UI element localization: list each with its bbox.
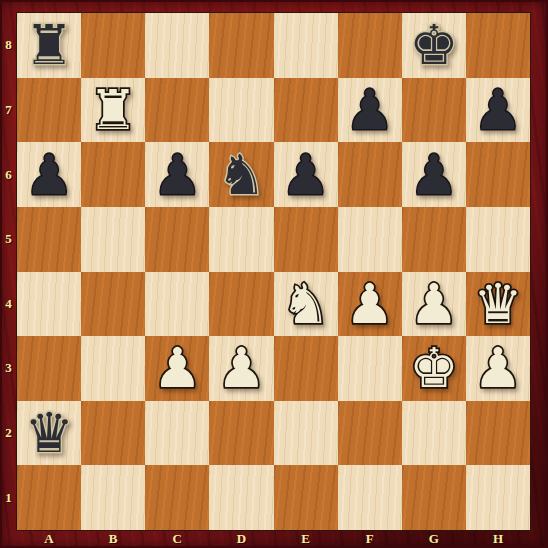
square-c2[interactable]	[145, 401, 209, 466]
square-d2[interactable]	[209, 401, 273, 466]
square-e2[interactable]	[274, 401, 338, 466]
file-label-f: F	[338, 530, 402, 548]
square-b2[interactable]	[81, 401, 145, 466]
square-a8[interactable]	[17, 13, 81, 78]
square-h5[interactable]	[466, 207, 530, 272]
square-f3[interactable]	[338, 336, 402, 401]
piece-white-pawn-d3[interactable]	[209, 336, 273, 401]
rank-label-5: 5	[0, 207, 17, 272]
square-c1[interactable]	[145, 465, 209, 530]
piece-white-rook-b7[interactable]	[81, 78, 145, 143]
piece-black-pawn-g6[interactable]	[402, 142, 466, 207]
square-c7[interactable]	[145, 78, 209, 143]
square-g3[interactable]	[402, 336, 466, 401]
piece-white-pawn-c3[interactable]	[145, 336, 209, 401]
board-frame: 87654321 ABCDEFGH	[0, 0, 548, 548]
square-h2[interactable]	[466, 401, 530, 466]
square-f5[interactable]	[338, 207, 402, 272]
square-d6[interactable]	[209, 142, 273, 207]
piece-black-queen-a2[interactable]	[17, 401, 81, 466]
piece-white-pawn-f4[interactable]	[338, 272, 402, 337]
file-label-g: G	[402, 530, 466, 548]
piece-black-pawn-f7[interactable]	[338, 78, 402, 143]
square-a1[interactable]	[17, 465, 81, 530]
square-f6[interactable]	[338, 142, 402, 207]
rank-label-1: 1	[0, 465, 17, 530]
piece-black-king-g8[interactable]	[402, 13, 466, 78]
square-g1[interactable]	[402, 465, 466, 530]
square-d8[interactable]	[209, 13, 273, 78]
piece-black-pawn-a6[interactable]	[17, 142, 81, 207]
square-h4[interactable]	[466, 272, 530, 337]
piece-black-pawn-c6[interactable]	[145, 142, 209, 207]
square-e1[interactable]	[274, 465, 338, 530]
piece-white-pawn-g4[interactable]	[402, 272, 466, 337]
square-c8[interactable]	[145, 13, 209, 78]
square-e7[interactable]	[274, 78, 338, 143]
square-f4[interactable]	[338, 272, 402, 337]
piece-white-knight-e4[interactable]	[274, 272, 338, 337]
square-e8[interactable]	[274, 13, 338, 78]
square-d3[interactable]	[209, 336, 273, 401]
square-e3[interactable]	[274, 336, 338, 401]
square-a4[interactable]	[17, 272, 81, 337]
piece-white-pawn-h3[interactable]	[466, 336, 530, 401]
square-c3[interactable]	[145, 336, 209, 401]
square-h8[interactable]	[466, 13, 530, 78]
square-e4[interactable]	[274, 272, 338, 337]
piece-black-pawn-e6[interactable]	[274, 142, 338, 207]
square-h1[interactable]	[466, 465, 530, 530]
square-b6[interactable]	[81, 142, 145, 207]
square-d1[interactable]	[209, 465, 273, 530]
square-d4[interactable]	[209, 272, 273, 337]
rank-label-7: 7	[0, 78, 17, 143]
square-a6[interactable]	[17, 142, 81, 207]
square-b5[interactable]	[81, 207, 145, 272]
file-labels: ABCDEFGH	[17, 530, 530, 548]
square-g2[interactable]	[402, 401, 466, 466]
square-c5[interactable]	[145, 207, 209, 272]
square-a7[interactable]	[17, 78, 81, 143]
file-label-c: C	[145, 530, 209, 548]
square-b1[interactable]	[81, 465, 145, 530]
rank-labels: 87654321	[0, 13, 17, 530]
square-b7[interactable]	[81, 78, 145, 143]
square-g4[interactable]	[402, 272, 466, 337]
file-label-a: A	[17, 530, 81, 548]
square-d5[interactable]	[209, 207, 273, 272]
square-a5[interactable]	[17, 207, 81, 272]
square-h3[interactable]	[466, 336, 530, 401]
square-b4[interactable]	[81, 272, 145, 337]
file-label-b: B	[81, 530, 145, 548]
file-label-e: E	[274, 530, 338, 548]
chess-board	[17, 13, 530, 530]
square-f8[interactable]	[338, 13, 402, 78]
file-label-h: H	[466, 530, 530, 548]
square-b3[interactable]	[81, 336, 145, 401]
rank-label-3: 3	[0, 336, 17, 401]
square-g7[interactable]	[402, 78, 466, 143]
rank-label-4: 4	[0, 272, 17, 337]
square-c4[interactable]	[145, 272, 209, 337]
square-a2[interactable]	[17, 401, 81, 466]
square-a3[interactable]	[17, 336, 81, 401]
square-f1[interactable]	[338, 465, 402, 530]
square-g5[interactable]	[402, 207, 466, 272]
square-c6[interactable]	[145, 142, 209, 207]
square-f2[interactable]	[338, 401, 402, 466]
piece-white-king-g3[interactable]	[402, 336, 466, 401]
file-label-d: D	[209, 530, 273, 548]
square-f7[interactable]	[338, 78, 402, 143]
rank-label-8: 8	[0, 13, 17, 78]
square-e6[interactable]	[274, 142, 338, 207]
piece-black-knight-d6[interactable]	[209, 142, 273, 207]
square-d7[interactable]	[209, 78, 273, 143]
piece-white-queen-h4[interactable]	[466, 272, 530, 337]
square-e5[interactable]	[274, 207, 338, 272]
piece-black-rook-a8[interactable]	[17, 13, 81, 78]
square-h7[interactable]	[466, 78, 530, 143]
rank-label-6: 6	[0, 142, 17, 207]
square-g8[interactable]	[402, 13, 466, 78]
piece-black-pawn-h7[interactable]	[466, 78, 530, 143]
square-g6[interactable]	[402, 142, 466, 207]
rank-label-2: 2	[0, 401, 17, 466]
square-b8[interactable]	[81, 13, 145, 78]
square-h6[interactable]	[466, 142, 530, 207]
